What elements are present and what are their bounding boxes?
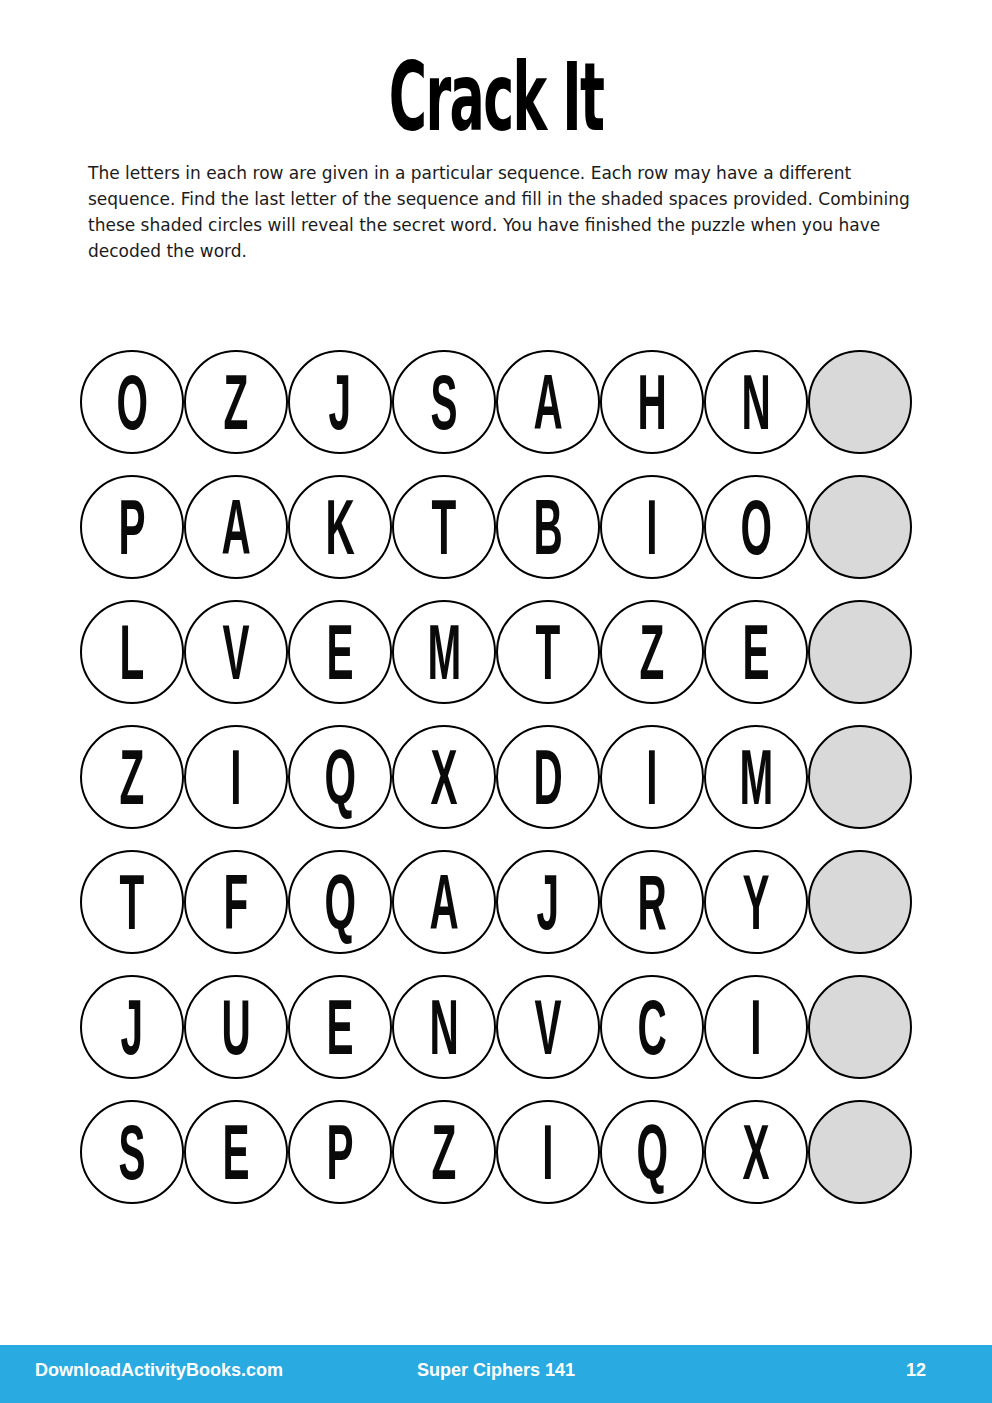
letter-glyph: H bbox=[637, 363, 666, 441]
footer-bar: DownloadActivityBooks.com Super Ciphers … bbox=[0, 1345, 992, 1403]
letter-glyph: Z bbox=[640, 613, 665, 691]
letter-circle: Z bbox=[80, 725, 184, 829]
letter-circle: O bbox=[704, 475, 808, 579]
letter-circle: N bbox=[392, 975, 496, 1079]
letter-glyph: M bbox=[427, 613, 461, 691]
letter-circle: S bbox=[392, 350, 496, 454]
letter-glyph: Y bbox=[742, 863, 769, 941]
letter-circle: N bbox=[704, 350, 808, 454]
letter-circle: H bbox=[600, 350, 704, 454]
letter-circle: S bbox=[80, 1100, 184, 1204]
letter-glyph: S bbox=[430, 363, 457, 441]
letter-glyph: A bbox=[429, 863, 458, 941]
letter-glyph: R bbox=[637, 863, 666, 941]
letter-circle: T bbox=[392, 475, 496, 579]
letter-circle: Z bbox=[600, 600, 704, 704]
letter-glyph: Q bbox=[636, 1113, 668, 1191]
page-title-text: Crack It bbox=[389, 48, 604, 148]
letter-circle: B bbox=[496, 475, 600, 579]
letter-circle: J bbox=[496, 850, 600, 954]
letter-glyph: U bbox=[221, 988, 250, 1066]
letter-glyph: N bbox=[429, 988, 458, 1066]
letter-glyph: J bbox=[121, 988, 144, 1066]
letter-circle: E bbox=[288, 975, 392, 1079]
letter-circle: A bbox=[184, 475, 288, 579]
letter-glyph: E bbox=[326, 988, 353, 1066]
answer-circle[interactable] bbox=[808, 600, 912, 704]
letter-glyph: S bbox=[118, 1113, 145, 1191]
letter-glyph: A bbox=[533, 363, 562, 441]
letter-circle: Y bbox=[704, 850, 808, 954]
letter-circle: O bbox=[80, 350, 184, 454]
letter-glyph: Z bbox=[120, 738, 145, 816]
answer-circle[interactable] bbox=[808, 350, 912, 454]
letter-circle: X bbox=[392, 725, 496, 829]
letter-glyph: V bbox=[534, 988, 561, 1066]
letter-glyph: E bbox=[222, 1113, 249, 1191]
letter-circle: Q bbox=[288, 850, 392, 954]
letter-circle: E bbox=[184, 1100, 288, 1204]
letter-glyph: D bbox=[533, 738, 562, 816]
letter-circle: P bbox=[288, 1100, 392, 1204]
letter-glyph: I bbox=[750, 988, 761, 1066]
letter-circle: L bbox=[80, 600, 184, 704]
letter-glyph: E bbox=[742, 613, 769, 691]
letter-circle: E bbox=[704, 600, 808, 704]
footer-page-number: 12 bbox=[906, 1360, 926, 1381]
answer-circle[interactable] bbox=[808, 1100, 912, 1204]
letter-circle: I bbox=[184, 725, 288, 829]
letter-glyph: Q bbox=[324, 863, 356, 941]
letter-circle: A bbox=[496, 350, 600, 454]
letter-glyph: F bbox=[224, 863, 249, 941]
letter-glyph: N bbox=[741, 363, 770, 441]
letter-glyph: T bbox=[120, 863, 145, 941]
letter-circle: A bbox=[392, 850, 496, 954]
letter-circle: Q bbox=[288, 725, 392, 829]
letter-circle: M bbox=[392, 600, 496, 704]
letter-circle: V bbox=[496, 975, 600, 1079]
letter-circle: J bbox=[288, 350, 392, 454]
letter-circle: T bbox=[496, 600, 600, 704]
letter-glyph: K bbox=[325, 488, 354, 566]
letter-glyph: Q bbox=[324, 738, 356, 816]
answer-circle[interactable] bbox=[808, 475, 912, 579]
letter-circle: X bbox=[704, 1100, 808, 1204]
letter-glyph: X bbox=[742, 1113, 769, 1191]
letter-circle: U bbox=[184, 975, 288, 1079]
letter-glyph: O bbox=[740, 488, 772, 566]
letter-glyph: O bbox=[116, 363, 148, 441]
footer-website: DownloadActivityBooks.com bbox=[35, 1360, 283, 1381]
answer-circle[interactable] bbox=[808, 850, 912, 954]
instructions-text: The letters in each row are given in a p… bbox=[88, 160, 920, 264]
letter-circle: T bbox=[80, 850, 184, 954]
letter-glyph: B bbox=[533, 488, 562, 566]
letter-glyph: I bbox=[230, 738, 241, 816]
letter-circle: E bbox=[288, 600, 392, 704]
letter-circle: M bbox=[704, 725, 808, 829]
letter-circle: I bbox=[496, 1100, 600, 1204]
letter-glyph: I bbox=[646, 738, 657, 816]
letter-circle: P bbox=[80, 475, 184, 579]
letter-circle: F bbox=[184, 850, 288, 954]
letter-glyph: L bbox=[120, 613, 145, 691]
letter-glyph: V bbox=[222, 613, 249, 691]
letter-glyph: A bbox=[221, 488, 250, 566]
letter-glyph: T bbox=[432, 488, 457, 566]
page-title: Crack It bbox=[0, 48, 992, 148]
letter-circle: I bbox=[600, 725, 704, 829]
letter-circle: C bbox=[600, 975, 704, 1079]
letter-glyph: I bbox=[646, 488, 657, 566]
letter-glyph: J bbox=[537, 863, 560, 941]
letter-circle: V bbox=[184, 600, 288, 704]
letter-circle: Z bbox=[184, 350, 288, 454]
letter-circle: J bbox=[80, 975, 184, 1079]
letter-glyph: J bbox=[329, 363, 352, 441]
letter-glyph: Z bbox=[224, 363, 249, 441]
letter-glyph: M bbox=[739, 738, 773, 816]
letter-circle: K bbox=[288, 475, 392, 579]
answer-circle[interactable] bbox=[808, 975, 912, 1079]
answer-circle[interactable] bbox=[808, 725, 912, 829]
letter-glyph: P bbox=[326, 1113, 353, 1191]
letter-glyph: I bbox=[542, 1113, 553, 1191]
letter-circle: I bbox=[704, 975, 808, 1079]
letter-glyph: X bbox=[430, 738, 457, 816]
letter-glyph: Z bbox=[432, 1113, 457, 1191]
footer-book-title: Super Ciphers 141 bbox=[417, 1360, 575, 1381]
letter-circle: Z bbox=[392, 1100, 496, 1204]
letter-circle: I bbox=[600, 475, 704, 579]
puzzle-grid: OZJSAHNPAKTBIOLVEMTZEZIQXDIMTFQAJRYJUENV… bbox=[80, 350, 912, 1204]
letter-glyph: C bbox=[637, 988, 666, 1066]
letter-glyph: E bbox=[326, 613, 353, 691]
letter-glyph: P bbox=[118, 488, 145, 566]
letter-circle: Q bbox=[600, 1100, 704, 1204]
letter-glyph: T bbox=[536, 613, 561, 691]
letter-circle: D bbox=[496, 725, 600, 829]
letter-circle: R bbox=[600, 850, 704, 954]
